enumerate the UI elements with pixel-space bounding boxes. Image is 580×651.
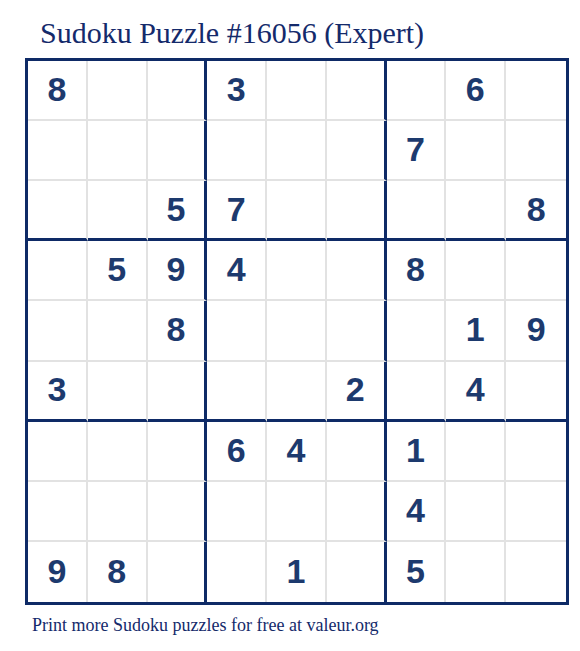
cell-r6c8: 4: [446, 362, 506, 422]
cell-r3c9: 8: [506, 181, 566, 241]
cell-r3c2: [88, 181, 148, 241]
cell-r6c5: [267, 362, 327, 422]
cell-r5c9: 9: [506, 301, 566, 361]
cell-r7c2: [88, 422, 148, 482]
cell-r4c2: 5: [88, 241, 148, 301]
cell-r9c9: [506, 542, 566, 602]
cell-r2c9: [506, 121, 566, 181]
cell-r2c7: 7: [387, 121, 447, 181]
cell-r1c6: [327, 61, 387, 121]
cell-r3c1: [28, 181, 88, 241]
cell-r5c3: 8: [148, 301, 208, 361]
cell-r6c3: [148, 362, 208, 422]
cell-r5c2: [88, 301, 148, 361]
cell-r6c9: [506, 362, 566, 422]
cell-r7c8: [446, 422, 506, 482]
cell-r3c5: [267, 181, 327, 241]
cell-r2c3: [148, 121, 208, 181]
cell-r9c6: [327, 542, 387, 602]
cell-r2c8: [446, 121, 506, 181]
cell-r9c3: [148, 542, 208, 602]
cell-r2c6: [327, 121, 387, 181]
cell-r9c1: 9: [28, 542, 88, 602]
cell-r9c7: 5: [387, 542, 447, 602]
cell-r7c5: 4: [267, 422, 327, 482]
cell-r1c9: [506, 61, 566, 121]
cell-r4c4: 4: [207, 241, 267, 301]
cell-r4c3: 9: [148, 241, 208, 301]
cell-r4c7: 8: [387, 241, 447, 301]
cell-r9c5: 1: [267, 542, 327, 602]
cell-r6c4: [207, 362, 267, 422]
cell-r1c2: [88, 61, 148, 121]
cell-r3c6: [327, 181, 387, 241]
cell-r8c8: [446, 482, 506, 542]
cell-r4c1: [28, 241, 88, 301]
cell-r4c5: [267, 241, 327, 301]
cell-r3c3: 5: [148, 181, 208, 241]
cell-r7c9: [506, 422, 566, 482]
cell-r8c5: [267, 482, 327, 542]
cell-r8c1: [28, 482, 88, 542]
cell-r5c5: [267, 301, 327, 361]
cell-r4c6: [327, 241, 387, 301]
cell-r2c2: [88, 121, 148, 181]
cell-r8c7: 4: [387, 482, 447, 542]
cell-r5c4: [207, 301, 267, 361]
cell-r5c1: [28, 301, 88, 361]
cell-r1c8: 6: [446, 61, 506, 121]
cell-r4c8: [446, 241, 506, 301]
cell-r6c6: 2: [327, 362, 387, 422]
cell-r1c7: [387, 61, 447, 121]
cell-r5c7: [387, 301, 447, 361]
cell-r7c3: [148, 422, 208, 482]
cell-r7c7: 1: [387, 422, 447, 482]
cell-r6c7: [387, 362, 447, 422]
cell-r9c4: [207, 542, 267, 602]
cell-r1c1: 8: [28, 61, 88, 121]
cell-r5c8: 1: [446, 301, 506, 361]
cell-r9c2: 8: [88, 542, 148, 602]
cell-r3c4: 7: [207, 181, 267, 241]
cell-r8c3: [148, 482, 208, 542]
cell-r1c5: [267, 61, 327, 121]
cell-r8c2: [88, 482, 148, 542]
cell-r2c1: [28, 121, 88, 181]
cell-r4c9: [506, 241, 566, 301]
cell-r6c2: [88, 362, 148, 422]
cell-r1c4: 3: [207, 61, 267, 121]
cell-r8c9: [506, 482, 566, 542]
cell-r8c6: [327, 482, 387, 542]
sudoku-board: 8367578594881932464149815: [25, 58, 569, 605]
cell-r7c1: [28, 422, 88, 482]
cell-r2c4: [207, 121, 267, 181]
cell-r3c7: [387, 181, 447, 241]
cell-r1c3: [148, 61, 208, 121]
page-title: Sudoku Puzzle #16056 (Expert): [40, 16, 424, 50]
cell-r2c5: [267, 121, 327, 181]
footer-text: Print more Sudoku puzzles for free at va…: [32, 615, 379, 636]
cell-r6c1: 3: [28, 362, 88, 422]
cell-r7c4: 6: [207, 422, 267, 482]
cell-r8c4: [207, 482, 267, 542]
cell-r5c6: [327, 301, 387, 361]
cell-r3c8: [446, 181, 506, 241]
cell-r9c8: [446, 542, 506, 602]
sudoku-page: Sudoku Puzzle #16056 (Expert) 8367578594…: [0, 0, 580, 651]
cell-r7c6: [327, 422, 387, 482]
